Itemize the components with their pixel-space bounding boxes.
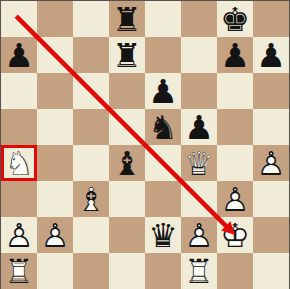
square-e5[interactable]: ♞ bbox=[145, 109, 181, 145]
white-pawn[interactable]: ♟♙ bbox=[37, 217, 73, 253]
white-rook[interactable]: ♜♖ bbox=[181, 253, 217, 289]
piece-glyph-fill: ♟ bbox=[253, 37, 289, 73]
white-rook[interactable]: ♜♖ bbox=[1, 253, 37, 289]
square-f8[interactable] bbox=[181, 1, 217, 37]
square-e1[interactable] bbox=[145, 253, 181, 289]
square-b5[interactable] bbox=[37, 109, 73, 145]
square-a4[interactable]: ♞♘ bbox=[1, 145, 37, 181]
black-pawn[interactable]: ♟ bbox=[1, 37, 37, 73]
piece-glyph-fill: ♜ bbox=[109, 37, 145, 73]
square-c1[interactable] bbox=[73, 253, 109, 289]
square-d5[interactable] bbox=[109, 109, 145, 145]
black-knight[interactable]: ♞ bbox=[145, 109, 181, 145]
board-grid: ♜♚♟♜♟♟♟♞♟♞♘♝♛♕♟♙♝♗♟♙♟♙♟♙♛♟♙♚♔♜♖♜♖ bbox=[1, 1, 289, 289]
square-h2[interactable] bbox=[253, 217, 289, 253]
square-c7[interactable] bbox=[73, 37, 109, 73]
piece-glyph-fill: ♟ bbox=[181, 109, 217, 145]
square-b7[interactable] bbox=[37, 37, 73, 73]
white-king[interactable]: ♚♔ bbox=[217, 217, 253, 253]
piece-glyph-outline: ♗ bbox=[73, 181, 109, 217]
square-h1[interactable] bbox=[253, 253, 289, 289]
white-pawn[interactable]: ♟♙ bbox=[253, 145, 289, 181]
square-f1[interactable]: ♜♖ bbox=[181, 253, 217, 289]
square-d8[interactable]: ♜ bbox=[109, 1, 145, 37]
black-pawn[interactable]: ♟ bbox=[181, 109, 217, 145]
square-e3[interactable] bbox=[145, 181, 181, 217]
piece-glyph-fill: ♟ bbox=[1, 37, 37, 73]
square-g7[interactable]: ♟ bbox=[217, 37, 253, 73]
piece-glyph-outline: ♙ bbox=[1, 217, 37, 253]
square-h4[interactable]: ♟♙ bbox=[253, 145, 289, 181]
piece-glyph-fill: ♝ bbox=[109, 145, 145, 181]
square-g8[interactable]: ♚ bbox=[217, 1, 253, 37]
black-pawn[interactable]: ♟ bbox=[253, 37, 289, 73]
white-pawn[interactable]: ♟♙ bbox=[1, 217, 37, 253]
square-g6[interactable] bbox=[217, 73, 253, 109]
square-d6[interactable] bbox=[109, 73, 145, 109]
square-g3[interactable]: ♟♙ bbox=[217, 181, 253, 217]
square-h5[interactable] bbox=[253, 109, 289, 145]
piece-glyph-outline: ♙ bbox=[37, 217, 73, 253]
square-e4[interactable] bbox=[145, 145, 181, 181]
square-e6[interactable]: ♟ bbox=[145, 73, 181, 109]
square-h8[interactable] bbox=[253, 1, 289, 37]
square-b2[interactable]: ♟♙ bbox=[37, 217, 73, 253]
black-king[interactable]: ♚ bbox=[217, 1, 253, 37]
square-b1[interactable] bbox=[37, 253, 73, 289]
square-h6[interactable] bbox=[253, 73, 289, 109]
square-d2[interactable] bbox=[109, 217, 145, 253]
square-d1[interactable] bbox=[109, 253, 145, 289]
square-a7[interactable]: ♟ bbox=[1, 37, 37, 73]
square-g2[interactable]: ♚♔ bbox=[217, 217, 253, 253]
black-rook[interactable]: ♜ bbox=[109, 37, 145, 73]
square-e8[interactable] bbox=[145, 1, 181, 37]
square-c8[interactable] bbox=[73, 1, 109, 37]
black-queen[interactable]: ♛ bbox=[145, 217, 181, 253]
piece-glyph-fill: ♞ bbox=[145, 109, 181, 145]
white-bishop[interactable]: ♝♗ bbox=[73, 181, 109, 217]
square-c4[interactable] bbox=[73, 145, 109, 181]
piece-glyph-outline: ♖ bbox=[1, 253, 37, 289]
square-c6[interactable] bbox=[73, 73, 109, 109]
square-b8[interactable] bbox=[37, 1, 73, 37]
square-a1[interactable]: ♜♖ bbox=[1, 253, 37, 289]
square-f7[interactable] bbox=[181, 37, 217, 73]
square-a8[interactable] bbox=[1, 1, 37, 37]
square-e2[interactable]: ♛ bbox=[145, 217, 181, 253]
black-pawn[interactable]: ♟ bbox=[145, 73, 181, 109]
piece-glyph-outline: ♕ bbox=[181, 145, 217, 181]
square-a3[interactable] bbox=[1, 181, 37, 217]
white-pawn[interactable]: ♟♙ bbox=[181, 217, 217, 253]
square-f3[interactable] bbox=[181, 181, 217, 217]
piece-glyph-fill: ♟ bbox=[217, 37, 253, 73]
black-pawn[interactable]: ♟ bbox=[217, 37, 253, 73]
white-knight[interactable]: ♞♘ bbox=[1, 145, 37, 181]
square-b3[interactable] bbox=[37, 181, 73, 217]
square-d3[interactable] bbox=[109, 181, 145, 217]
square-a2[interactable]: ♟♙ bbox=[1, 217, 37, 253]
square-c2[interactable] bbox=[73, 217, 109, 253]
square-c3[interactable]: ♝♗ bbox=[73, 181, 109, 217]
piece-glyph-outline: ♙ bbox=[253, 145, 289, 181]
piece-glyph-outline: ♙ bbox=[181, 217, 217, 253]
square-d4[interactable]: ♝ bbox=[109, 145, 145, 181]
piece-glyph-fill: ♜ bbox=[109, 1, 145, 37]
white-pawn[interactable]: ♟♙ bbox=[217, 181, 253, 217]
piece-glyph-fill: ♚ bbox=[217, 1, 253, 37]
piece-glyph-outline: ♘ bbox=[1, 145, 37, 181]
chess-board: ♜♚♟♜♟♟♟♞♟♞♘♝♛♕♟♙♝♗♟♙♟♙♟♙♛♟♙♚♔♜♖♜♖ bbox=[0, 0, 290, 289]
square-f6[interactable] bbox=[181, 73, 217, 109]
square-a5[interactable] bbox=[1, 109, 37, 145]
square-e7[interactable] bbox=[145, 37, 181, 73]
square-g5[interactable] bbox=[217, 109, 253, 145]
square-b4[interactable] bbox=[37, 145, 73, 181]
square-g1[interactable] bbox=[217, 253, 253, 289]
square-f5[interactable]: ♟ bbox=[181, 109, 217, 145]
square-f2[interactable]: ♟♙ bbox=[181, 217, 217, 253]
square-b6[interactable] bbox=[37, 73, 73, 109]
white-queen[interactable]: ♛♕ bbox=[181, 145, 217, 181]
piece-glyph-outline: ♖ bbox=[181, 253, 217, 289]
black-rook[interactable]: ♜ bbox=[109, 1, 145, 37]
square-h3[interactable] bbox=[253, 181, 289, 217]
piece-glyph-outline: ♙ bbox=[217, 181, 253, 217]
square-h7[interactable]: ♟ bbox=[253, 37, 289, 73]
black-bishop[interactable]: ♝ bbox=[109, 145, 145, 181]
piece-glyph-fill: ♛ bbox=[145, 217, 181, 253]
piece-glyph-fill: ♟ bbox=[145, 73, 181, 109]
piece-glyph-outline: ♔ bbox=[217, 217, 253, 253]
square-g4[interactable] bbox=[217, 145, 253, 181]
square-d7[interactable]: ♜ bbox=[109, 37, 145, 73]
square-f4[interactable]: ♛♕ bbox=[181, 145, 217, 181]
square-a6[interactable] bbox=[1, 73, 37, 109]
square-c5[interactable] bbox=[73, 109, 109, 145]
